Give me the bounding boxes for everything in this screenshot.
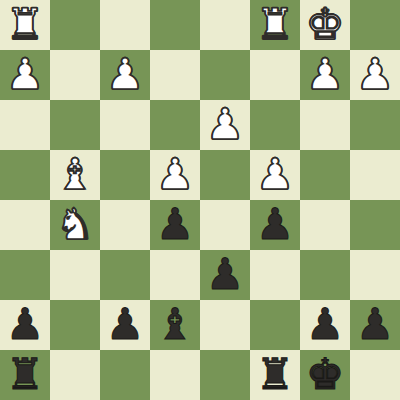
square-a5[interactable] [350, 200, 400, 250]
square-h1[interactable]: ♜ [0, 0, 50, 50]
square-f7[interactable]: ♟ [100, 300, 150, 350]
square-a4[interactable] [350, 150, 400, 200]
square-f5[interactable] [100, 200, 150, 250]
white-pawn-b2[interactable]: ♟ [300, 50, 350, 100]
black-pawn-c5[interactable]: ♟ [250, 200, 300, 250]
square-g2[interactable] [50, 50, 100, 100]
white-pawn-d3[interactable]: ♟ [200, 100, 250, 150]
square-a3[interactable] [350, 100, 400, 150]
white-bishop-g4[interactable]: ♝ [50, 150, 100, 200]
square-g1[interactable] [50, 0, 100, 50]
square-h8[interactable]: ♜ [0, 350, 50, 400]
square-g4[interactable]: ♝ [50, 150, 100, 200]
square-b5[interactable] [300, 200, 350, 250]
square-h4[interactable] [0, 150, 50, 200]
white-rook-h1[interactable]: ♜ [0, 0, 50, 50]
square-b6[interactable] [300, 250, 350, 300]
black-pawn-h7[interactable]: ♟ [0, 300, 50, 350]
chess-board: ♜♜♚♟♟♟♟♟♝♟♟♞♟♟♟♟♟♝♟♟♜♜♚ [0, 0, 400, 400]
square-a6[interactable] [350, 250, 400, 300]
square-f3[interactable] [100, 100, 150, 150]
black-rook-h8[interactable]: ♜ [0, 350, 50, 400]
white-pawn-h2[interactable]: ♟ [0, 50, 50, 100]
square-h6[interactable] [0, 250, 50, 300]
square-b3[interactable] [300, 100, 350, 150]
square-c3[interactable] [250, 100, 300, 150]
square-g6[interactable] [50, 250, 100, 300]
black-pawn-b7[interactable]: ♟ [300, 300, 350, 350]
black-pawn-f7[interactable]: ♟ [100, 300, 150, 350]
black-pawn-e5[interactable]: ♟ [150, 200, 200, 250]
white-knight-g5[interactable]: ♞ [50, 200, 100, 250]
square-a2[interactable]: ♟ [350, 50, 400, 100]
square-c2[interactable] [250, 50, 300, 100]
square-f8[interactable] [100, 350, 150, 400]
white-pawn-e4[interactable]: ♟ [150, 150, 200, 200]
black-bishop-e7[interactable]: ♝ [150, 300, 200, 350]
square-d5[interactable] [200, 200, 250, 250]
square-h7[interactable]: ♟ [0, 300, 50, 350]
white-pawn-a2[interactable]: ♟ [350, 50, 400, 100]
white-pawn-f2[interactable]: ♟ [100, 50, 150, 100]
square-g8[interactable] [50, 350, 100, 400]
square-h5[interactable] [0, 200, 50, 250]
square-e3[interactable] [150, 100, 200, 150]
black-pawn-d6[interactable]: ♟ [200, 250, 250, 300]
square-c4[interactable]: ♟ [250, 150, 300, 200]
square-b1[interactable]: ♚ [300, 0, 350, 50]
square-a1[interactable] [350, 0, 400, 50]
square-f2[interactable]: ♟ [100, 50, 150, 100]
square-b8[interactable]: ♚ [300, 350, 350, 400]
black-rook-c8[interactable]: ♜ [250, 350, 300, 400]
square-e5[interactable]: ♟ [150, 200, 200, 250]
square-c7[interactable] [250, 300, 300, 350]
square-b7[interactable]: ♟ [300, 300, 350, 350]
square-d2[interactable] [200, 50, 250, 100]
square-e6[interactable] [150, 250, 200, 300]
square-a7[interactable]: ♟ [350, 300, 400, 350]
black-king-b8[interactable]: ♚ [300, 350, 350, 400]
square-e7[interactable]: ♝ [150, 300, 200, 350]
square-f1[interactable] [100, 0, 150, 50]
square-d3[interactable]: ♟ [200, 100, 250, 150]
square-c5[interactable]: ♟ [250, 200, 300, 250]
square-f6[interactable] [100, 250, 150, 300]
square-e2[interactable] [150, 50, 200, 100]
square-c6[interactable] [250, 250, 300, 300]
square-c8[interactable]: ♜ [250, 350, 300, 400]
square-d7[interactable] [200, 300, 250, 350]
square-d8[interactable] [200, 350, 250, 400]
square-f4[interactable] [100, 150, 150, 200]
square-h2[interactable]: ♟ [0, 50, 50, 100]
square-d4[interactable] [200, 150, 250, 200]
white-pawn-c4[interactable]: ♟ [250, 150, 300, 200]
white-king-b1[interactable]: ♚ [300, 0, 350, 50]
square-d6[interactable]: ♟ [200, 250, 250, 300]
white-rook-c1[interactable]: ♜ [250, 0, 300, 50]
black-pawn-a7[interactable]: ♟ [350, 300, 400, 350]
square-h3[interactable] [0, 100, 50, 150]
square-d1[interactable] [200, 0, 250, 50]
square-g5[interactable]: ♞ [50, 200, 100, 250]
square-e1[interactable] [150, 0, 200, 50]
square-g7[interactable] [50, 300, 100, 350]
square-e4[interactable]: ♟ [150, 150, 200, 200]
square-g3[interactable] [50, 100, 100, 150]
square-e8[interactable] [150, 350, 200, 400]
square-b2[interactable]: ♟ [300, 50, 350, 100]
square-c1[interactable]: ♜ [250, 0, 300, 50]
square-b4[interactable] [300, 150, 350, 200]
square-a8[interactable] [350, 350, 400, 400]
